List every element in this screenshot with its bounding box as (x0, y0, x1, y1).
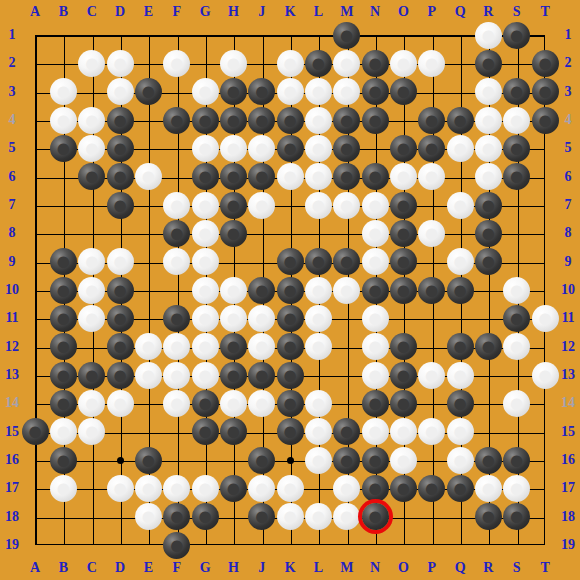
white-stone-K18[interactable]: ● (277, 503, 304, 530)
white-stone-K6[interactable]: ● (277, 163, 304, 190)
board-point-S17[interactable]: ● (503, 474, 531, 502)
white-stone-R6[interactable]: ● (475, 163, 502, 190)
board-point-P8[interactable]: ● (418, 219, 446, 247)
board-point-O2[interactable]: ● (389, 49, 417, 77)
board-point-C1[interactable] (78, 21, 106, 49)
black-stone-R2[interactable]: ● (475, 50, 502, 77)
board-point-T5[interactable] (531, 134, 559, 162)
board-point-H18[interactable] (219, 503, 247, 531)
white-stone-D17[interactable]: ● (107, 475, 134, 502)
white-stone-J11[interactable]: ● (248, 305, 275, 332)
board-point-F14[interactable]: ● (163, 389, 191, 417)
white-stone-S10[interactable]: ● (503, 277, 530, 304)
white-stone-G9[interactable]: ● (192, 248, 219, 275)
white-stone-E17[interactable]: ● (135, 475, 162, 502)
board-point-J15[interactable] (248, 418, 276, 446)
board-point-L5[interactable]: ● (304, 134, 332, 162)
white-stone-C14[interactable]: ● (78, 390, 105, 417)
board-point-L1[interactable] (304, 21, 332, 49)
board-point-H14[interactable]: ● (219, 389, 247, 417)
black-stone-K13[interactable]: ● (277, 362, 304, 389)
white-stone-R5[interactable]: ● (475, 135, 502, 162)
board-point-H15[interactable]: ● (219, 418, 247, 446)
board-point-C6[interactable]: ● (78, 163, 106, 191)
board-point-J19[interactable] (248, 531, 276, 559)
black-stone-C6[interactable]: ● (78, 163, 105, 190)
board-point-Q17[interactable]: ● (446, 474, 474, 502)
white-stone-M17[interactable]: ● (333, 475, 360, 502)
board-point-F3[interactable] (163, 78, 191, 106)
board-point-E13[interactable]: ● (134, 361, 162, 389)
board-point-M10[interactable]: ● (333, 276, 361, 304)
board-point-H12[interactable]: ● (219, 333, 247, 361)
white-stone-B3[interactable]: ● (50, 78, 77, 105)
black-stone-T3[interactable]: ● (532, 78, 559, 105)
black-stone-K4[interactable]: ● (277, 107, 304, 134)
board-point-F13[interactable]: ● (163, 361, 191, 389)
board-point-G3[interactable]: ● (191, 78, 219, 106)
black-stone-S18[interactable]: ● (503, 503, 530, 530)
board-point-E11[interactable] (134, 304, 162, 332)
black-stone-N3[interactable]: ● (362, 78, 389, 105)
black-stone-E16[interactable]: ● (135, 447, 162, 474)
board-point-Q12[interactable]: ● (446, 333, 474, 361)
black-stone-T4[interactable]: ● (532, 107, 559, 134)
board-point-N9[interactable]: ● (361, 248, 389, 276)
white-stone-N7[interactable]: ● (362, 192, 389, 219)
board-point-N12[interactable]: ● (361, 333, 389, 361)
board-point-P6[interactable]: ● (418, 163, 446, 191)
board-point-F18[interactable]: ● (163, 503, 191, 531)
board-point-G12[interactable]: ● (191, 333, 219, 361)
board-point-N2[interactable]: ● (361, 49, 389, 77)
black-stone-N10[interactable]: ● (362, 277, 389, 304)
board-point-F8[interactable]: ● (163, 219, 191, 247)
black-stone-F11[interactable]: ● (163, 305, 190, 332)
white-stone-K17[interactable]: ● (277, 475, 304, 502)
black-stone-C13[interactable]: ● (78, 362, 105, 389)
board-point-O8[interactable]: ● (389, 219, 417, 247)
board-point-L10[interactable]: ● (304, 276, 332, 304)
black-stone-M6[interactable]: ● (333, 163, 360, 190)
white-stone-Q16[interactable]: ● (447, 447, 474, 474)
board-point-H4[interactable]: ● (219, 106, 247, 134)
board-point-P19[interactable] (418, 531, 446, 559)
white-stone-Q13[interactable]: ● (447, 362, 474, 389)
board-point-K10[interactable]: ● (276, 276, 304, 304)
board-point-R19[interactable] (474, 531, 502, 559)
board-point-L2[interactable]: ● (304, 49, 332, 77)
black-stone-D5[interactable]: ● (107, 135, 134, 162)
white-stone-B15[interactable]: ● (50, 418, 77, 445)
board-point-L18[interactable]: ● (304, 503, 332, 531)
black-stone-Q4[interactable]: ● (447, 107, 474, 134)
board-point-T18[interactable] (531, 503, 559, 531)
black-stone-H13[interactable]: ● (220, 362, 247, 389)
black-stone-K15[interactable]: ● (277, 418, 304, 445)
black-stone-R12[interactable]: ● (475, 333, 502, 360)
board-point-C11[interactable]: ● (78, 304, 106, 332)
black-stone-F8[interactable]: ● (163, 220, 190, 247)
white-stone-N15[interactable]: ● (362, 418, 389, 445)
board-point-N17[interactable]: ● (361, 474, 389, 502)
board-point-Q1[interactable] (446, 21, 474, 49)
board-point-E10[interactable] (134, 276, 162, 304)
black-stone-Q17[interactable]: ● (447, 475, 474, 502)
white-stone-J17[interactable]: ● (248, 475, 275, 502)
white-stone-M3[interactable]: ● (333, 78, 360, 105)
board-point-G18[interactable]: ● (191, 503, 219, 531)
board-point-N13[interactable]: ● (361, 361, 389, 389)
black-stone-B9[interactable]: ● (50, 248, 77, 275)
black-stone-K11[interactable]: ● (277, 305, 304, 332)
board-point-G2[interactable] (191, 49, 219, 77)
board-point-Q2[interactable] (446, 49, 474, 77)
board-point-E2[interactable] (134, 49, 162, 77)
white-stone-D14[interactable]: ● (107, 390, 134, 417)
board-point-J17[interactable]: ● (248, 474, 276, 502)
board-point-T6[interactable] (531, 163, 559, 191)
board-point-B7[interactable] (49, 191, 77, 219)
board-point-D17[interactable]: ● (106, 474, 134, 502)
board-point-P16[interactable] (418, 446, 446, 474)
black-stone-G6[interactable]: ● (192, 163, 219, 190)
board-point-N11[interactable]: ● (361, 304, 389, 332)
white-stone-G3[interactable]: ● (192, 78, 219, 105)
board-point-E16[interactable]: ● (134, 446, 162, 474)
board-point-L4[interactable]: ● (304, 106, 332, 134)
board-point-N10[interactable]: ● (361, 276, 389, 304)
board-point-E8[interactable] (134, 219, 162, 247)
white-stone-F13[interactable]: ● (163, 362, 190, 389)
white-stone-P6[interactable]: ● (418, 163, 445, 190)
board-point-S7[interactable] (503, 191, 531, 219)
board-point-M15[interactable]: ● (333, 418, 361, 446)
black-stone-D6[interactable]: ● (107, 163, 134, 190)
black-stone-H15[interactable]: ● (220, 418, 247, 445)
board-point-J5[interactable]: ● (248, 134, 276, 162)
board-point-S15[interactable] (503, 418, 531, 446)
board-point-R13[interactable] (474, 361, 502, 389)
board-point-C17[interactable] (78, 474, 106, 502)
board-point-R2[interactable]: ● (474, 49, 502, 77)
board-point-J10[interactable]: ● (248, 276, 276, 304)
board-point-O5[interactable]: ● (389, 134, 417, 162)
board-point-L19[interactable] (304, 531, 332, 559)
white-stone-F7[interactable]: ● (163, 192, 190, 219)
board-point-Q11[interactable] (446, 304, 474, 332)
board-point-E3[interactable]: ● (134, 78, 162, 106)
white-stone-L16[interactable]: ● (305, 447, 332, 474)
board-point-M8[interactable] (333, 219, 361, 247)
black-stone-Q10[interactable]: ● (447, 277, 474, 304)
board-point-P3[interactable] (418, 78, 446, 106)
white-stone-J14[interactable]: ● (248, 390, 275, 417)
board-point-B1[interactable] (49, 21, 77, 49)
board-point-H17[interactable]: ● (219, 474, 247, 502)
white-stone-D2[interactable]: ● (107, 50, 134, 77)
white-stone-L10[interactable]: ● (305, 277, 332, 304)
board-point-E18[interactable]: ● (134, 503, 162, 531)
board-point-Q6[interactable] (446, 163, 474, 191)
board-point-A10[interactable] (21, 276, 49, 304)
board-point-H5[interactable]: ● (219, 134, 247, 162)
white-stone-F9[interactable]: ● (163, 248, 190, 275)
black-stone-O13[interactable]: ● (390, 362, 417, 389)
board-point-L13[interactable] (304, 361, 332, 389)
black-stone-N17[interactable]: ● (362, 475, 389, 502)
board-point-S2[interactable] (503, 49, 531, 77)
board-point-J18[interactable]: ● (248, 503, 276, 531)
board-point-H19[interactable] (219, 531, 247, 559)
white-stone-D9[interactable]: ● (107, 248, 134, 275)
board-point-H6[interactable]: ● (219, 163, 247, 191)
board-point-Q4[interactable]: ● (446, 106, 474, 134)
board-point-P11[interactable] (418, 304, 446, 332)
board-point-K4[interactable]: ● (276, 106, 304, 134)
black-stone-J13[interactable]: ● (248, 362, 275, 389)
board-point-D19[interactable] (106, 531, 134, 559)
board-point-N15[interactable]: ● (361, 418, 389, 446)
board-point-C9[interactable]: ● (78, 248, 106, 276)
white-stone-L18[interactable]: ● (305, 503, 332, 530)
board-point-B3[interactable]: ● (49, 78, 77, 106)
board-point-F4[interactable]: ● (163, 106, 191, 134)
board-point-R18[interactable]: ● (474, 503, 502, 531)
white-stone-P13[interactable]: ● (418, 362, 445, 389)
board-point-S8[interactable] (503, 219, 531, 247)
board-point-O9[interactable]: ● (389, 248, 417, 276)
white-stone-K2[interactable]: ● (277, 50, 304, 77)
black-stone-P5[interactable]: ● (418, 135, 445, 162)
black-stone-M4[interactable]: ● (333, 107, 360, 134)
board-point-P7[interactable] (418, 191, 446, 219)
board-point-H1[interactable] (219, 21, 247, 49)
board-point-L12[interactable]: ● (304, 333, 332, 361)
board-point-E6[interactable]: ● (134, 163, 162, 191)
board-point-G9[interactable]: ● (191, 248, 219, 276)
board-point-Q13[interactable]: ● (446, 361, 474, 389)
board-point-A14[interactable] (21, 389, 49, 417)
black-stone-N6[interactable]: ● (362, 163, 389, 190)
white-stone-C9[interactable]: ● (78, 248, 105, 275)
board-point-C19[interactable] (78, 531, 106, 559)
board-point-T9[interactable] (531, 248, 559, 276)
board-point-Q5[interactable]: ● (446, 134, 474, 162)
white-stone-H11[interactable]: ● (220, 305, 247, 332)
board-point-B5[interactable]: ● (49, 134, 77, 162)
white-stone-S14[interactable]: ● (503, 390, 530, 417)
board-point-R9[interactable]: ● (474, 248, 502, 276)
board-point-F17[interactable]: ● (163, 474, 191, 502)
board-point-S12[interactable]: ● (503, 333, 531, 361)
board-point-A18[interactable] (21, 503, 49, 531)
board-point-D1[interactable] (106, 21, 134, 49)
board-point-M2[interactable]: ● (333, 49, 361, 77)
board-point-B9[interactable]: ● (49, 248, 77, 276)
board-point-L16[interactable]: ● (304, 446, 332, 474)
board-point-K5[interactable]: ● (276, 134, 304, 162)
black-stone-B14[interactable]: ● (50, 390, 77, 417)
white-stone-T11[interactable]: ● (532, 305, 559, 332)
white-stone-Q7[interactable]: ● (447, 192, 474, 219)
board-point-A13[interactable] (21, 361, 49, 389)
white-stone-Q9[interactable]: ● (447, 248, 474, 275)
board-point-T15[interactable] (531, 418, 559, 446)
board-point-Q16[interactable]: ● (446, 446, 474, 474)
white-stone-B17[interactable]: ● (50, 475, 77, 502)
board-point-F6[interactable] (163, 163, 191, 191)
board-point-O12[interactable]: ● (389, 333, 417, 361)
board-point-O4[interactable] (389, 106, 417, 134)
board-point-P12[interactable] (418, 333, 446, 361)
black-stone-L2[interactable]: ● (305, 50, 332, 77)
board-point-C13[interactable]: ● (78, 361, 106, 389)
board-point-O14[interactable]: ● (389, 389, 417, 417)
board-point-Q10[interactable]: ● (446, 276, 474, 304)
board-point-P14[interactable] (418, 389, 446, 417)
board-point-K3[interactable]: ● (276, 78, 304, 106)
board-point-B14[interactable]: ● (49, 389, 77, 417)
white-stone-C15[interactable]: ● (78, 418, 105, 445)
board-point-R1[interactable]: ● (474, 21, 502, 49)
white-stone-L14[interactable]: ● (305, 390, 332, 417)
board-point-G11[interactable]: ● (191, 304, 219, 332)
black-stone-B16[interactable]: ● (50, 447, 77, 474)
board-point-T4[interactable]: ● (531, 106, 559, 134)
board-point-C3[interactable] (78, 78, 106, 106)
black-stone-G14[interactable]: ● (192, 390, 219, 417)
white-stone-M2[interactable]: ● (333, 50, 360, 77)
board-point-A7[interactable] (21, 191, 49, 219)
board-point-L17[interactable] (304, 474, 332, 502)
board-point-E17[interactable]: ● (134, 474, 162, 502)
white-stone-H14[interactable]: ● (220, 390, 247, 417)
board-point-O3[interactable]: ● (389, 78, 417, 106)
black-stone-O7[interactable]: ● (390, 192, 417, 219)
board-point-N14[interactable]: ● (361, 389, 389, 417)
black-stone-L9[interactable]: ● (305, 248, 332, 275)
board-point-L8[interactable] (304, 219, 332, 247)
black-stone-H17[interactable]: ● (220, 475, 247, 502)
board-point-P4[interactable]: ● (418, 106, 446, 134)
black-stone-D4[interactable]: ● (107, 107, 134, 134)
board-point-K6[interactable]: ● (276, 163, 304, 191)
board-point-Q14[interactable]: ● (446, 389, 474, 417)
white-stone-M7[interactable]: ● (333, 192, 360, 219)
black-stone-O3[interactable]: ● (390, 78, 417, 105)
board-point-L7[interactable]: ● (304, 191, 332, 219)
white-stone-G7[interactable]: ● (192, 192, 219, 219)
white-stone-N8[interactable]: ● (362, 220, 389, 247)
black-stone-S16[interactable]: ● (503, 447, 530, 474)
board-point-J16[interactable]: ● (248, 446, 276, 474)
black-stone-D12[interactable]: ● (107, 333, 134, 360)
black-stone-H3[interactable]: ● (220, 78, 247, 105)
board-point-O6[interactable]: ● (389, 163, 417, 191)
white-stone-L15[interactable]: ● (305, 418, 332, 445)
black-stone-P17[interactable]: ● (418, 475, 445, 502)
black-stone-G4[interactable]: ● (192, 107, 219, 134)
board-point-D18[interactable] (106, 503, 134, 531)
board-point-J6[interactable]: ● (248, 163, 276, 191)
white-stone-M10[interactable]: ● (333, 277, 360, 304)
board-point-J12[interactable]: ● (248, 333, 276, 361)
white-stone-Q5[interactable]: ● (447, 135, 474, 162)
board-point-R15[interactable] (474, 418, 502, 446)
board-point-P2[interactable]: ● (418, 49, 446, 77)
board-point-K18[interactable]: ● (276, 503, 304, 531)
white-stone-Q15[interactable]: ● (447, 418, 474, 445)
black-stone-P10[interactable]: ● (418, 277, 445, 304)
board-point-S3[interactable]: ● (503, 78, 531, 106)
white-stone-O16[interactable]: ● (390, 447, 417, 474)
white-stone-R1[interactable]: ● (475, 22, 502, 49)
board-point-R12[interactable]: ● (474, 333, 502, 361)
board-point-K7[interactable] (276, 191, 304, 219)
board-point-J4[interactable]: ● (248, 106, 276, 134)
board-point-Q8[interactable] (446, 219, 474, 247)
board-point-C7[interactable] (78, 191, 106, 219)
board-point-S18[interactable]: ● (503, 503, 531, 531)
board-point-T3[interactable]: ● (531, 78, 559, 106)
black-stone-K14[interactable]: ● (277, 390, 304, 417)
black-stone-M1[interactable]: ● (333, 22, 360, 49)
board-point-R17[interactable]: ● (474, 474, 502, 502)
board-point-B10[interactable]: ● (49, 276, 77, 304)
board-point-P1[interactable] (418, 21, 446, 49)
white-stone-G13[interactable]: ● (192, 362, 219, 389)
white-stone-S4[interactable]: ● (503, 107, 530, 134)
black-stone-R8[interactable]: ● (475, 220, 502, 247)
board-point-D10[interactable]: ● (106, 276, 134, 304)
board-point-R7[interactable]: ● (474, 191, 502, 219)
board-point-E12[interactable]: ● (134, 333, 162, 361)
board-point-T12[interactable] (531, 333, 559, 361)
board-point-N3[interactable]: ● (361, 78, 389, 106)
black-stone-N14[interactable]: ● (362, 390, 389, 417)
black-stone-R18[interactable]: ● (475, 503, 502, 530)
board-point-E14[interactable] (134, 389, 162, 417)
board-point-G16[interactable] (191, 446, 219, 474)
board-point-C8[interactable] (78, 219, 106, 247)
board-point-R6[interactable]: ● (474, 163, 502, 191)
board-point-A4[interactable] (21, 106, 49, 134)
board-point-D13[interactable]: ● (106, 361, 134, 389)
board-point-R11[interactable] (474, 304, 502, 332)
white-stone-G17[interactable]: ● (192, 475, 219, 502)
black-stone-O14[interactable]: ● (390, 390, 417, 417)
white-stone-P15[interactable]: ● (418, 418, 445, 445)
board-point-S10[interactable]: ● (503, 276, 531, 304)
board-point-K9[interactable]: ● (276, 248, 304, 276)
board-point-R3[interactable]: ● (474, 78, 502, 106)
white-stone-G8[interactable]: ● (192, 220, 219, 247)
board-point-H11[interactable]: ● (219, 304, 247, 332)
white-stone-H5[interactable]: ● (220, 135, 247, 162)
board-point-C14[interactable]: ● (78, 389, 106, 417)
board-point-J14[interactable]: ● (248, 389, 276, 417)
board-point-K13[interactable]: ● (276, 361, 304, 389)
board-point-D12[interactable]: ● (106, 333, 134, 361)
black-stone-B12[interactable]: ● (50, 333, 77, 360)
white-stone-G5[interactable]: ● (192, 135, 219, 162)
board-point-K14[interactable]: ● (276, 389, 304, 417)
white-stone-L4[interactable]: ● (305, 107, 332, 134)
board-point-R14[interactable] (474, 389, 502, 417)
board-point-M17[interactable]: ● (333, 474, 361, 502)
board-point-S19[interactable] (503, 531, 531, 559)
